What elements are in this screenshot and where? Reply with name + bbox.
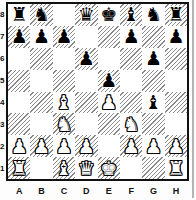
- piece-black-bishop: ♝: [145, 92, 162, 113]
- chess-board: ♜♞♛♚♝♞♜♟♟♟♟♟♟♟♟♝♟♝♞♞♟♟♟♟♟♟♟♜♝♛♚♜: [6, 2, 189, 181]
- square-c1[interactable]: ♝: [53, 157, 75, 179]
- file-label-f: F: [120, 184, 142, 197]
- square-d2[interactable]: ♟: [75, 135, 97, 157]
- piece-white-pawn: ♟: [78, 136, 95, 157]
- square-b6[interactable]: [30, 48, 52, 70]
- square-d7[interactable]: [75, 26, 97, 48]
- square-e1[interactable]: ♚: [98, 157, 120, 179]
- piece-black-pawn: ♟: [78, 48, 95, 69]
- square-g5[interactable]: [142, 70, 164, 92]
- square-h8[interactable]: ♜: [165, 4, 187, 26]
- square-e2[interactable]: [98, 135, 120, 157]
- file-label-c: C: [53, 184, 75, 197]
- square-h3[interactable]: [165, 113, 187, 135]
- square-g6[interactable]: ♟: [142, 48, 164, 70]
- piece-white-rook: ♜: [11, 158, 28, 179]
- square-f1[interactable]: [120, 157, 142, 179]
- square-f3[interactable]: ♞: [120, 113, 142, 135]
- square-g8[interactable]: ♞: [142, 4, 164, 26]
- piece-white-pawn: ♟: [11, 136, 28, 157]
- square-b7[interactable]: ♟: [30, 26, 52, 48]
- square-b2[interactable]: ♟: [30, 135, 52, 157]
- piece-black-rook: ♜: [167, 4, 184, 25]
- piece-black-knight: ♞: [145, 4, 162, 25]
- square-h7[interactable]: ♟: [165, 26, 187, 48]
- square-c2[interactable]: ♟: [53, 135, 75, 157]
- square-h6[interactable]: [165, 48, 187, 70]
- square-f5[interactable]: [120, 70, 142, 92]
- square-f8[interactable]: ♝: [120, 4, 142, 26]
- square-b4[interactable]: [30, 92, 52, 114]
- piece-black-pawn: ♟: [100, 70, 117, 91]
- square-e6[interactable]: [98, 48, 120, 70]
- piece-white-knight: ♞: [55, 114, 72, 135]
- piece-black-knight: ♞: [33, 4, 50, 25]
- square-d3[interactable]: [75, 113, 97, 135]
- square-f2[interactable]: ♟: [120, 135, 142, 157]
- piece-black-bishop: ♝: [123, 4, 140, 25]
- square-f6[interactable]: [120, 48, 142, 70]
- piece-white-pawn: ♟: [55, 136, 72, 157]
- piece-black-pawn: ♟: [167, 26, 184, 47]
- piece-white-queen: ♛: [78, 158, 95, 179]
- piece-white-pawn: ♟: [145, 136, 162, 157]
- square-a4[interactable]: [8, 92, 30, 114]
- piece-black-queen: ♛: [78, 4, 95, 25]
- square-b5[interactable]: [30, 70, 52, 92]
- chess-diagram-page: 87654321 ♜♞♛♚♝♞♜♟♟♟♟♟♟♟♟♝♟♝♞♞♟♟♟♟♟♟♟♜♝♛♚…: [0, 0, 196, 200]
- square-e7[interactable]: [98, 26, 120, 48]
- piece-black-pawn: ♟: [11, 26, 28, 47]
- piece-black-pawn: ♟: [55, 26, 72, 47]
- square-a1[interactable]: ♜: [8, 157, 30, 179]
- square-d5[interactable]: [75, 70, 97, 92]
- square-c7[interactable]: ♟: [53, 26, 75, 48]
- file-label-e: E: [98, 184, 120, 197]
- square-g4[interactable]: ♝: [142, 92, 164, 114]
- square-h4[interactable]: [165, 92, 187, 114]
- file-labels: ABCDEFGH: [8, 184, 187, 197]
- square-e8[interactable]: ♚: [98, 4, 120, 26]
- piece-white-pawn: ♟: [100, 92, 117, 113]
- piece-black-rook: ♜: [11, 4, 28, 25]
- square-f4[interactable]: [120, 92, 142, 114]
- square-c6[interactable]: [53, 48, 75, 70]
- square-e3[interactable]: [98, 113, 120, 135]
- piece-white-rook: ♜: [167, 158, 184, 179]
- square-c3[interactable]: ♞: [53, 113, 75, 135]
- square-c4[interactable]: ♝: [53, 92, 75, 114]
- square-a5[interactable]: [8, 70, 30, 92]
- square-a3[interactable]: [8, 113, 30, 135]
- square-e4[interactable]: ♟: [98, 92, 120, 114]
- piece-white-pawn: ♟: [33, 136, 50, 157]
- file-label-a: A: [8, 184, 30, 197]
- square-c8[interactable]: [53, 4, 75, 26]
- square-b8[interactable]: ♞: [30, 4, 52, 26]
- piece-white-knight: ♞: [123, 114, 140, 135]
- page-edge-shadow: [192, 0, 194, 198]
- square-d8[interactable]: ♛: [75, 4, 97, 26]
- square-e5[interactable]: ♟: [98, 70, 120, 92]
- square-f7[interactable]: ♟: [120, 26, 142, 48]
- file-label-d: D: [75, 184, 97, 197]
- piece-black-pawn: ♟: [145, 48, 162, 69]
- square-g2[interactable]: ♟: [142, 135, 164, 157]
- file-label-h: H: [165, 184, 187, 197]
- file-label-b: B: [30, 184, 52, 197]
- square-a8[interactable]: ♜: [8, 4, 30, 26]
- square-g3[interactable]: [142, 113, 164, 135]
- board-grid: ♜♞♛♚♝♞♜♟♟♟♟♟♟♟♟♝♟♝♞♞♟♟♟♟♟♟♟♜♝♛♚♜: [8, 4, 187, 179]
- piece-white-bishop: ♝: [55, 92, 72, 113]
- piece-white-pawn: ♟: [123, 136, 140, 157]
- square-g1[interactable]: [142, 157, 164, 179]
- square-d1[interactable]: ♛: [75, 157, 97, 179]
- piece-black-pawn: ♟: [33, 26, 50, 47]
- square-h1[interactable]: ♜: [165, 157, 187, 179]
- square-b3[interactable]: [30, 113, 52, 135]
- square-a7[interactable]: ♟: [8, 26, 30, 48]
- square-h2[interactable]: ♟: [165, 135, 187, 157]
- piece-white-pawn: ♟: [167, 136, 184, 157]
- piece-black-king: ♚: [100, 4, 117, 25]
- square-a6[interactable]: [8, 48, 30, 70]
- piece-black-pawn: ♟: [123, 26, 140, 47]
- square-c5[interactable]: [53, 70, 75, 92]
- square-b1[interactable]: [30, 157, 52, 179]
- piece-white-bishop: ♝: [55, 158, 72, 179]
- piece-white-king: ♚: [100, 158, 117, 179]
- file-label-g: G: [142, 184, 164, 197]
- square-g7[interactable]: [142, 26, 164, 48]
- square-d4[interactable]: [75, 92, 97, 114]
- square-a2[interactable]: ♟: [8, 135, 30, 157]
- square-d6[interactable]: ♟: [75, 48, 97, 70]
- square-h5[interactable]: [165, 70, 187, 92]
